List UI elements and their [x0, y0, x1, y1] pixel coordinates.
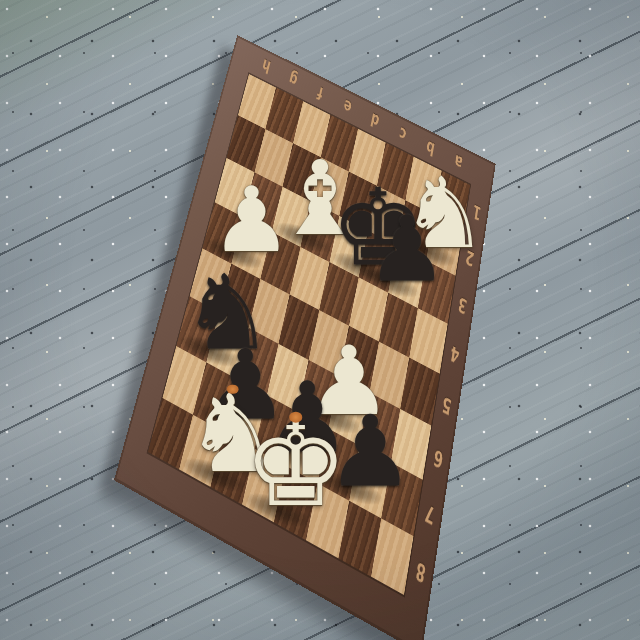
vignette-overlay	[0, 0, 640, 640]
white-king-d8[interactable]: ♚	[244, 407, 349, 524]
black-pawn-b3[interactable]: ♟	[367, 204, 448, 294]
copper-glint-icon	[289, 412, 302, 423]
copper-glint-icon	[227, 384, 239, 394]
scene: abcdefgh 12345678 ♚♞♝♞♟♟♚♞♟♟♟♟	[0, 0, 640, 640]
